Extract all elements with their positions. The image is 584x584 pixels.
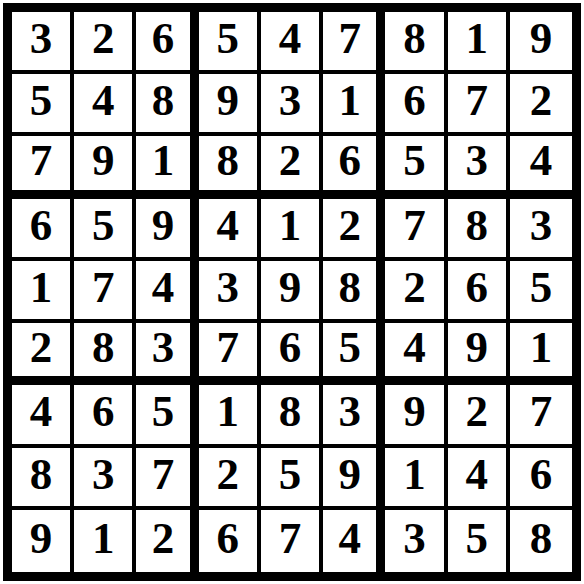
sudoku-cell-r6c3: 3	[136, 323, 198, 385]
sudoku-cell-r6c9: 1	[510, 323, 572, 385]
sudoku-cell-r9c6: 4	[323, 510, 385, 572]
sudoku-cell-r4c8: 8	[448, 199, 510, 261]
sudoku-cell-r1c2: 2	[74, 12, 136, 74]
sudoku-cell-r2c4: 9	[199, 74, 261, 136]
sudoku-cell-r2c6: 1	[323, 74, 385, 136]
sudoku-cell-r7c3: 5	[136, 385, 198, 447]
sudoku-cell-r8c3: 7	[136, 448, 198, 510]
sudoku-cell-r1c9: 9	[510, 12, 572, 74]
sudoku-cell-r4c4: 4	[199, 199, 261, 261]
sudoku-cell-r5c6: 8	[323, 261, 385, 323]
sudoku-cell-r3c3: 1	[136, 136, 198, 198]
sudoku-board: 3265478195489316727918265346594127831743…	[3, 3, 581, 581]
sudoku-cell-r4c7: 7	[385, 199, 447, 261]
sudoku-cell-r8c4: 2	[199, 448, 261, 510]
sudoku-cell-r2c2: 4	[74, 74, 136, 136]
sudoku-cell-r2c1: 5	[12, 74, 74, 136]
sudoku-cell-r7c5: 8	[261, 385, 323, 447]
sudoku-cell-r5c5: 9	[261, 261, 323, 323]
sudoku-cell-r4c5: 1	[261, 199, 323, 261]
sudoku-cell-r6c2: 8	[74, 323, 136, 385]
sudoku-cell-r1c7: 8	[385, 12, 447, 74]
sudoku-cell-r4c2: 5	[74, 199, 136, 261]
sudoku-cell-r5c1: 1	[12, 261, 74, 323]
sudoku-cell-r7c7: 9	[385, 385, 447, 447]
sudoku-cell-r9c4: 6	[199, 510, 261, 572]
sudoku-cell-r1c5: 4	[261, 12, 323, 74]
sudoku-cell-r8c1: 8	[12, 448, 74, 510]
sudoku-cell-r3c6: 6	[323, 136, 385, 198]
sudoku-cell-r6c5: 6	[261, 323, 323, 385]
sudoku-cell-r7c9: 7	[510, 385, 572, 447]
sudoku-cell-r8c5: 5	[261, 448, 323, 510]
sudoku-cell-r3c2: 9	[74, 136, 136, 198]
sudoku-cell-r9c8: 5	[448, 510, 510, 572]
sudoku-cell-r9c7: 3	[385, 510, 447, 572]
sudoku-cell-r2c3: 8	[136, 74, 198, 136]
sudoku-cell-r1c8: 1	[448, 12, 510, 74]
sudoku-cell-r9c2: 1	[74, 510, 136, 572]
sudoku-cell-r8c7: 1	[385, 448, 447, 510]
sudoku-cell-r4c1: 6	[12, 199, 74, 261]
sudoku-cell-r3c4: 8	[199, 136, 261, 198]
sudoku-cell-r5c9: 5	[510, 261, 572, 323]
sudoku-cell-r2c7: 6	[385, 74, 447, 136]
sudoku-cell-r7c1: 4	[12, 385, 74, 447]
sudoku-cell-r5c4: 3	[199, 261, 261, 323]
sudoku-cell-r4c3: 9	[136, 199, 198, 261]
sudoku-cell-r9c9: 8	[510, 510, 572, 572]
sudoku-cell-r2c8: 7	[448, 74, 510, 136]
sudoku-cell-r6c4: 7	[199, 323, 261, 385]
sudoku-cell-r8c8: 4	[448, 448, 510, 510]
sudoku-cell-r4c9: 3	[510, 199, 572, 261]
sudoku-cell-r7c4: 1	[199, 385, 261, 447]
sudoku-cell-r5c3: 4	[136, 261, 198, 323]
sudoku-cell-r5c8: 6	[448, 261, 510, 323]
sudoku-cell-r7c2: 6	[74, 385, 136, 447]
sudoku-cell-r8c2: 3	[74, 448, 136, 510]
sudoku-cell-r2c9: 2	[510, 74, 572, 136]
sudoku-cell-r8c9: 6	[510, 448, 572, 510]
sudoku-cell-r2c5: 3	[261, 74, 323, 136]
sudoku-cell-r3c8: 3	[448, 136, 510, 198]
sudoku-cell-r1c6: 7	[323, 12, 385, 74]
sudoku-cell-r3c1: 7	[12, 136, 74, 198]
sudoku-cell-r3c7: 5	[385, 136, 447, 198]
sudoku-cell-r7c6: 3	[323, 385, 385, 447]
sudoku-cell-r6c1: 2	[12, 323, 74, 385]
sudoku-cell-r6c7: 4	[385, 323, 447, 385]
sudoku-cell-r1c4: 5	[199, 12, 261, 74]
sudoku-cell-r6c8: 9	[448, 323, 510, 385]
sudoku-cell-r6c6: 5	[323, 323, 385, 385]
sudoku-cell-r8c6: 9	[323, 448, 385, 510]
sudoku-cell-r1c1: 3	[12, 12, 74, 74]
sudoku-cell-r9c1: 9	[12, 510, 74, 572]
sudoku-cell-r4c6: 2	[323, 199, 385, 261]
sudoku-cell-r9c3: 2	[136, 510, 198, 572]
sudoku-cell-r3c9: 4	[510, 136, 572, 198]
sudoku-cell-r9c5: 7	[261, 510, 323, 572]
sudoku-cell-r5c2: 7	[74, 261, 136, 323]
sudoku-cell-r5c7: 2	[385, 261, 447, 323]
sudoku-cell-r3c5: 2	[261, 136, 323, 198]
sudoku-cell-r1c3: 6	[136, 12, 198, 74]
sudoku-cell-r7c8: 2	[448, 385, 510, 447]
